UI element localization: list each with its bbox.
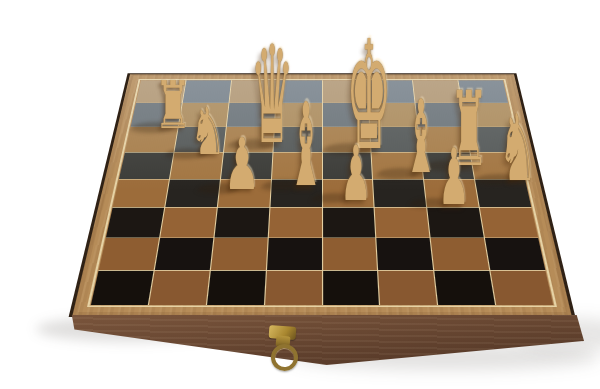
square-a5[interactable] <box>119 152 173 178</box>
square-h1[interactable] <box>491 271 554 305</box>
square-f1[interactable] <box>379 271 438 305</box>
square-h3[interactable] <box>480 208 538 238</box>
piece-white-knight-b5[interactable]: ♞ <box>190 100 225 165</box>
square-a1[interactable] <box>91 271 154 305</box>
square-a2[interactable] <box>99 238 159 270</box>
square-g2[interactable] <box>431 238 489 270</box>
square-b3[interactable] <box>160 208 216 238</box>
square-d1[interactable] <box>265 271 322 305</box>
square-d2[interactable] <box>267 238 322 270</box>
square-b1[interactable] <box>149 271 210 305</box>
photo-stage: ♜ ♞ ♛ ♝ ♟ ♚ ♟ ♝ ♟ ♜ ♞ <box>0 0 600 389</box>
square-c3[interactable] <box>214 208 269 238</box>
square-f3[interactable] <box>375 208 430 238</box>
square-b2[interactable] <box>155 238 213 270</box>
box-front-face <box>64 315 584 367</box>
box-wood-grain <box>64 315 584 367</box>
piece-white-rook-a6[interactable]: ♜ <box>154 73 191 139</box>
square-c2[interactable] <box>211 238 268 270</box>
square-e2[interactable] <box>323 238 378 270</box>
square-f2[interactable] <box>377 238 434 270</box>
piece-white-pawn-b3[interactable]: ♟ <box>224 129 260 200</box>
piece-white-bishop-f4[interactable]: ♝ <box>404 88 438 189</box>
square-c1[interactable] <box>207 271 266 305</box>
square-a4[interactable] <box>113 179 169 207</box>
square-g1[interactable] <box>435 271 496 305</box>
piece-white-bishop-c4[interactable]: ♝ <box>288 87 324 202</box>
piece-white-pawn-f3[interactable]: ♟ <box>438 139 469 217</box>
piece-white-pawn-e3[interactable]: ♟ <box>340 136 371 212</box>
piece-white-knight-g4[interactable]: ♞ <box>499 102 538 194</box>
square-a3[interactable] <box>106 208 164 238</box>
square-b4[interactable] <box>165 179 220 207</box>
square-d3[interactable] <box>268 208 321 238</box>
square-h2[interactable] <box>485 238 545 270</box>
square-e1[interactable] <box>323 271 380 305</box>
